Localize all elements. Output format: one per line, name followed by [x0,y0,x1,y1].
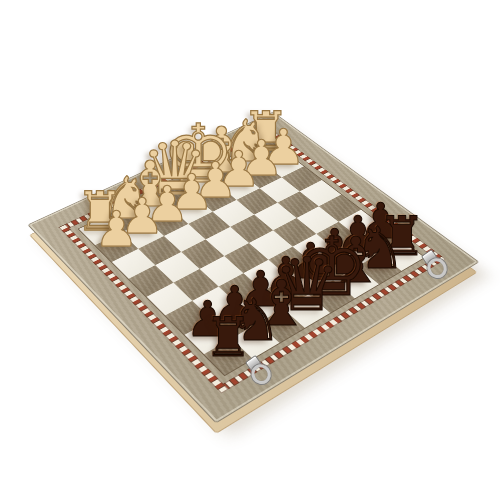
black-rook[interactable]: ♜ [204,310,252,364]
white-pawn[interactable]: ♟ [94,205,138,254]
chess-set-photo: ♜♞♝♛♚♝♞♜♟♟♟♟♟♟♟♟♟♟♟♟♟♟♟♟♜♞♝♛♚♝♞♜ [0,0,500,500]
